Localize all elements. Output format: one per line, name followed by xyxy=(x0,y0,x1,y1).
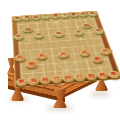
piece-red-soldier[interactable]: 兵 xyxy=(36,53,47,60)
piece-red-chariot[interactable]: 車 xyxy=(107,71,120,79)
piece-red-cannon[interactable]: 炮 xyxy=(26,61,37,68)
piece-glyph: 兵 xyxy=(17,56,23,60)
piece-red-elephant[interactable]: 相 xyxy=(85,72,98,80)
piece-glyph: 砲 xyxy=(25,28,31,31)
piece-glyph: 馬 xyxy=(99,73,106,78)
piece-black-soldier[interactable]: 卒 xyxy=(14,34,24,40)
piece-black-advisor[interactable]: 士 xyxy=(41,14,51,19)
piece-black-soldier[interactable]: 卒 xyxy=(54,31,64,37)
piece-black-elephant[interactable]: 象 xyxy=(32,15,42,20)
piece-black-soldier[interactable]: 卒 xyxy=(34,32,44,38)
piece-glyph: 帥 xyxy=(65,76,72,81)
piece-glyph: 車 xyxy=(15,17,20,20)
piece-black-elephant[interactable]: 象 xyxy=(69,12,79,17)
piece-glyph: 士 xyxy=(62,14,68,17)
piece-glyph: 車 xyxy=(110,72,117,77)
xiangqi-board-frame: 車馬象士將士象馬車砲砲卒卒卒卒卒兵兵兵兵兵炮炮車馬相仕帥仕相馬車 xyxy=(12,11,120,88)
piece-glyph: 兵 xyxy=(81,51,88,55)
piece-black-advisor[interactable]: 士 xyxy=(60,13,70,18)
piece-red-elephant[interactable]: 相 xyxy=(39,76,51,84)
piece-red-soldier[interactable]: 兵 xyxy=(100,48,112,55)
piece-glyph: 仕 xyxy=(76,75,83,80)
piece-glyph: 象 xyxy=(71,13,77,16)
piece-glyph: 象 xyxy=(34,16,39,19)
piece-glyph: 兵 xyxy=(102,49,109,53)
piece-black-general[interactable]: 將 xyxy=(50,13,60,18)
piece-black-chariot[interactable]: 車 xyxy=(87,11,97,16)
piece-glyph: 卒 xyxy=(95,29,101,32)
piece-glyph: 砲 xyxy=(84,24,90,27)
piece-glyph: 炮 xyxy=(28,62,34,66)
piece-black-soldier[interactable]: 卒 xyxy=(74,30,85,36)
piece-red-horse[interactable]: 馬 xyxy=(28,77,40,85)
piece-glyph: 炮 xyxy=(94,57,101,61)
piece-black-chariot[interactable]: 車 xyxy=(13,16,22,21)
piece-red-cannon[interactable]: 炮 xyxy=(91,56,103,63)
piece-black-cannon[interactable]: 砲 xyxy=(82,23,93,29)
piece-glyph: 卒 xyxy=(76,31,82,34)
piece-glyph: 車 xyxy=(18,80,25,85)
piece-glyph: 兵 xyxy=(60,52,66,56)
piece-black-cannon[interactable]: 砲 xyxy=(23,27,33,33)
piece-red-soldier[interactable]: 兵 xyxy=(58,51,69,58)
piece-red-soldier[interactable]: 兵 xyxy=(79,49,91,56)
piece-red-chariot[interactable]: 車 xyxy=(16,78,28,86)
piece-glyph: 馬 xyxy=(24,16,29,19)
floor-shadow xyxy=(90,91,110,97)
piece-red-general[interactable]: 帥 xyxy=(62,74,74,82)
piece-glyph: 相 xyxy=(42,78,49,83)
piece-glyph: 將 xyxy=(52,14,58,17)
piece-red-soldier[interactable]: 兵 xyxy=(15,54,26,61)
piece-glyph: 仕 xyxy=(53,77,60,82)
play-area[interactable]: 車馬象士將士象馬車砲砲卒卒卒卒卒兵兵兵兵兵炮炮車馬相仕帥仕相馬車 xyxy=(17,14,114,83)
piece-glyph: 卒 xyxy=(56,32,62,35)
piece-glyph: 卒 xyxy=(16,35,22,39)
piece-glyph: 相 xyxy=(88,74,95,79)
piece-glyph: 卒 xyxy=(36,34,42,38)
piece-glyph: 車 xyxy=(89,12,95,15)
piece-glyph: 兵 xyxy=(39,54,45,58)
piece-glyph: 士 xyxy=(43,15,49,18)
piece-red-advisor[interactable]: 仕 xyxy=(51,75,63,83)
photo-scene: 車馬象士將士象馬車砲砲卒卒卒卒卒兵兵兵兵兵炮炮車馬相仕帥仕相馬車 xyxy=(0,0,120,120)
piece-red-advisor[interactable]: 仕 xyxy=(74,73,86,81)
piece-red-horse[interactable]: 馬 xyxy=(96,71,109,79)
piece-glyph: 馬 xyxy=(80,13,86,16)
piece-black-soldier[interactable]: 卒 xyxy=(93,28,104,34)
piece-black-horse[interactable]: 馬 xyxy=(22,15,31,20)
piece-glyph: 馬 xyxy=(30,79,37,84)
